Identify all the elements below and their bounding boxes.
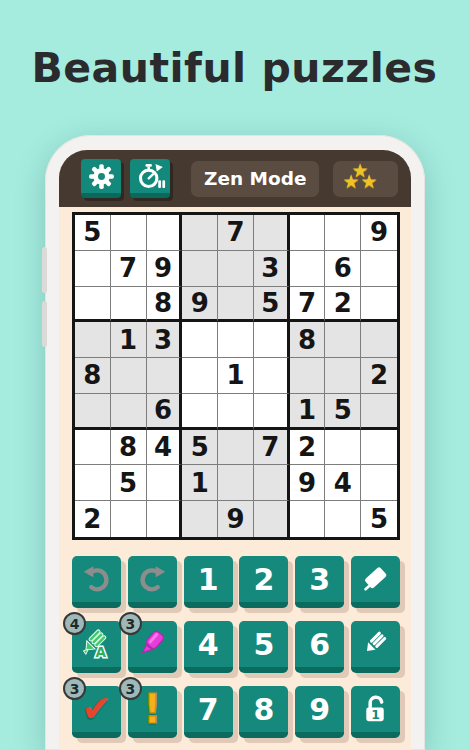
redo-icon <box>137 564 168 595</box>
eraser-icon <box>359 563 392 596</box>
unlock-button[interactable]: 1 <box>351 686 400 738</box>
cell-r4c1[interactable] <box>75 322 111 358</box>
cell-r1c2[interactable] <box>111 215 147 251</box>
cell-r2c9[interactable] <box>361 251 397 287</box>
cell-r4c3[interactable]: 3 <box>147 322 183 358</box>
cell-r3c9[interactable] <box>361 287 397 323</box>
cell-r7c5[interactable] <box>218 430 254 466</box>
cell-r2c2[interactable]: 7 <box>111 251 147 287</box>
cell-r3c4[interactable]: 9 <box>182 287 218 323</box>
cell-r1c9[interactable]: 9 <box>361 215 397 251</box>
cell-r8c5[interactable] <box>218 465 254 501</box>
auto-notes-pencil-icon: A <box>80 628 113 661</box>
cell-r5c1[interactable]: 8 <box>75 358 111 394</box>
cell-r1c5[interactable]: 7 <box>218 215 254 251</box>
cell-r8c2[interactable]: 5 <box>111 465 147 501</box>
cell-r8c7[interactable]: 9 <box>290 465 326 501</box>
star-cluster: ★★★ <box>342 163 382 195</box>
cell-r5c5[interactable]: 1 <box>218 358 254 394</box>
app-header: Zen Mode ★★★ <box>59 150 411 207</box>
cell-r9c8[interactable] <box>325 501 361 537</box>
cell-r6c7[interactable]: 1 <box>290 394 326 430</box>
cell-r7c6[interactable]: 7 <box>254 430 290 466</box>
lock-digit: 1 <box>351 708 400 721</box>
timer-button[interactable] <box>130 159 170 198</box>
cell-r6c2[interactable] <box>111 394 147 430</box>
digit-8-button[interactable]: 8 <box>239 686 288 738</box>
cell-r4c7[interactable]: 8 <box>290 322 326 358</box>
cell-r3c2[interactable] <box>111 287 147 323</box>
cell-r8c8[interactable]: 4 <box>325 465 361 501</box>
cell-r2c1[interactable] <box>75 251 111 287</box>
cell-r3c3[interactable]: 8 <box>147 287 183 323</box>
redo-button[interactable] <box>128 556 177 608</box>
cell-r3c8[interactable]: 2 <box>325 287 361 323</box>
badge-count: 3 <box>119 677 142 700</box>
toolbar-row-2: A4 3456 <box>72 621 400 673</box>
cell-r9c9[interactable]: 5 <box>361 501 397 537</box>
hint-button[interactable]: !3 <box>128 686 177 738</box>
cell-r4c4[interactable] <box>182 322 218 358</box>
cell-r4c2[interactable]: 1 <box>111 322 147 358</box>
svg-text:A: A <box>96 644 107 660</box>
cell-r9c4[interactable] <box>182 501 218 537</box>
digit-5-button[interactable]: 5 <box>239 621 288 673</box>
cell-r1c6[interactable] <box>254 215 290 251</box>
cell-r6c6[interactable] <box>254 394 290 430</box>
cell-r3c1[interactable] <box>75 287 111 323</box>
cell-r2c4[interactable] <box>182 251 218 287</box>
cell-r8c3[interactable] <box>147 465 183 501</box>
cell-r6c1[interactable] <box>75 394 111 430</box>
cell-r8c1[interactable] <box>75 465 111 501</box>
badge-count: 3 <box>119 612 142 635</box>
cell-r9c2[interactable] <box>111 501 147 537</box>
cell-r2c8[interactable]: 6 <box>325 251 361 287</box>
cell-r5c3[interactable] <box>147 358 183 394</box>
digit-2-button[interactable]: 2 <box>239 556 288 608</box>
cell-r7c2[interactable]: 8 <box>111 430 147 466</box>
toolbar-row-1: 123 <box>72 556 400 608</box>
digit-7-button[interactable]: 7 <box>184 686 233 738</box>
header-buttons <box>81 159 179 198</box>
cell-r7c9[interactable] <box>361 430 397 466</box>
cell-r1c8[interactable] <box>325 215 361 251</box>
check-icon: ✔ <box>81 691 111 727</box>
cell-r7c7[interactable]: 2 <box>290 430 326 466</box>
cell-r5c6[interactable] <box>254 358 290 394</box>
cell-r4c5[interactable] <box>218 322 254 358</box>
digit-1-button[interactable]: 1 <box>184 556 233 608</box>
app-screen: Zen Mode ★★★ 579793689572138812615845725… <box>59 150 411 750</box>
digit-3-button[interactable]: 3 <box>295 556 344 608</box>
cell-r2c6[interactable]: 3 <box>254 251 290 287</box>
badge-count: 3 <box>63 677 86 700</box>
cell-r9c6[interactable] <box>254 501 290 537</box>
page-title: Beautiful puzzles <box>0 44 469 92</box>
undo-button[interactable] <box>72 556 121 608</box>
cell-r5c2[interactable] <box>111 358 147 394</box>
zen-mode-label: Zen Mode <box>191 161 319 197</box>
marker-button[interactable]: 3 <box>128 621 177 673</box>
star-icon: ★ <box>342 172 359 191</box>
digit-9-button[interactable]: 9 <box>295 686 344 738</box>
cell-r7c1[interactable] <box>75 430 111 466</box>
digit-4-button[interactable]: 4 <box>184 621 233 673</box>
cell-r8c9[interactable] <box>361 465 397 501</box>
eraser-button[interactable] <box>351 556 400 608</box>
toolbar: 123 A4 3456 ✔3!3789 1 <box>72 556 400 750</box>
cell-r1c1[interactable]: 5 <box>75 215 111 251</box>
marker-icon <box>136 628 169 661</box>
cell-r2c5[interactable] <box>218 251 254 287</box>
cell-r7c8[interactable] <box>325 430 361 466</box>
gear-icon <box>88 163 115 190</box>
cell-r9c7[interactable] <box>290 501 326 537</box>
cell-r5c4[interactable] <box>182 358 218 394</box>
exclamation-icon: ! <box>143 689 161 729</box>
cell-r4c9[interactable] <box>361 322 397 358</box>
cell-r9c5[interactable]: 9 <box>218 501 254 537</box>
undo-icon <box>81 564 112 595</box>
cell-r6c4[interactable] <box>182 394 218 430</box>
notes-pencil-button[interactable] <box>351 621 400 673</box>
cell-r7c4[interactable]: 5 <box>182 430 218 466</box>
cell-r8c4[interactable]: 1 <box>182 465 218 501</box>
settings-button[interactable] <box>81 159 121 198</box>
cell-r4c6[interactable] <box>254 322 290 358</box>
cell-r1c7[interactable] <box>290 215 326 251</box>
stars-badge: ★★★ <box>333 161 398 197</box>
cell-r2c7[interactable] <box>290 251 326 287</box>
cell-r3c5[interactable] <box>218 287 254 323</box>
cell-r4c8[interactable] <box>325 322 361 358</box>
cell-r6c8[interactable]: 5 <box>325 394 361 430</box>
cell-r5c9[interactable]: 2 <box>361 358 397 394</box>
cell-r5c8[interactable] <box>325 358 361 394</box>
cell-r5c7[interactable] <box>290 358 326 394</box>
cell-r9c1[interactable]: 2 <box>75 501 111 537</box>
sudoku-board: 579793689572138812615845725194295 <box>72 212 400 540</box>
phone-frame: Zen Mode ★★★ 579793689572138812615845725… <box>45 135 425 750</box>
badge-count: 4 <box>63 612 86 635</box>
toolbar-row-3: ✔3!3789 1 <box>72 686 400 738</box>
cell-r6c3[interactable]: 6 <box>147 394 183 430</box>
cell-r1c3[interactable] <box>147 215 183 251</box>
digit-6-button[interactable]: 6 <box>295 621 344 673</box>
stopwatch-icon <box>135 161 166 192</box>
cell-r7c3[interactable]: 4 <box>147 430 183 466</box>
cell-r3c7[interactable]: 7 <box>290 287 326 323</box>
star-icon: ★ <box>360 172 377 191</box>
cell-r1c4[interactable] <box>182 215 218 251</box>
pencil-icon <box>360 629 391 660</box>
cell-r2c3[interactable]: 9 <box>147 251 183 287</box>
cell-r9c3[interactable] <box>147 501 183 537</box>
auto-notes-button[interactable]: A4 <box>72 621 121 673</box>
cell-r3c6[interactable]: 5 <box>254 287 290 323</box>
cell-r6c5[interactable] <box>218 394 254 430</box>
phone-volume-up-button <box>42 247 47 293</box>
phone-volume-down-button <box>42 301 47 347</box>
cell-r6c9[interactable] <box>361 394 397 430</box>
check-button[interactable]: ✔3 <box>72 686 121 738</box>
cell-r8c6[interactable] <box>254 465 290 501</box>
